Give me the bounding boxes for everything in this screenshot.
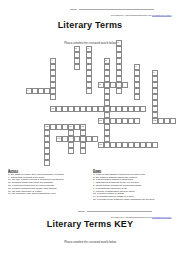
grid-cell[interactable]	[134, 94, 140, 100]
grid-cell[interactable]: 8	[98, 82, 104, 88]
grid-cell[interactable]	[134, 118, 140, 124]
grid-cell[interactable]	[50, 94, 56, 100]
clue-number: 1	[117, 41, 118, 44]
page-title: Literary Terms	[0, 20, 180, 30]
clues-section: Across 8. the author's unique style and …	[8, 169, 174, 209]
key-provided-by-site: TheTeachersCorner.net	[126, 215, 152, 218]
key-crossword-maker-link[interactable]: Crossword Maker	[152, 215, 172, 218]
worksheet-page: Name: Provided by: TheTeachersCorner.net…	[0, 0, 180, 256]
clue-number: 2	[75, 47, 76, 50]
grid-cell[interactable]	[62, 136, 68, 142]
across-clues-column: Across 8. the author's unique style and …	[8, 169, 88, 200]
down-clues-column: Down 1. a scene that shows events from a…	[93, 169, 173, 200]
grid-cell[interactable]	[74, 136, 80, 142]
grid-cell[interactable]	[44, 88, 50, 94]
grid-cell[interactable]	[110, 82, 116, 88]
grid-cell[interactable]: 11	[98, 118, 104, 124]
key-provided-by-prefix: Provided by:	[111, 215, 126, 218]
key-name-input-line[interactable]	[87, 210, 152, 213]
provided-by-prefix: Provided by:	[111, 13, 126, 16]
clue-number: 16	[57, 137, 60, 140]
grid-cell[interactable]	[152, 142, 158, 148]
clue-number: 4	[51, 59, 52, 62]
crossword-maker-link[interactable]: Crossword Maker	[152, 13, 172, 16]
grid-cell[interactable]	[140, 106, 146, 112]
key-subtitle-wrap: Please complete the crossword puzzle bel…	[0, 231, 180, 249]
clue-number: 8	[99, 83, 100, 86]
clue-number: 11	[99, 119, 101, 122]
clue-number: 3	[87, 47, 88, 50]
key-title: Literary Terms KEY	[0, 219, 180, 229]
clue-number: 17	[99, 143, 102, 146]
provided-by-site: TheTeachersCorner.net	[126, 13, 152, 16]
clue-number: 12	[153, 119, 156, 122]
clue-number: 9	[27, 89, 28, 92]
grid-cell[interactable]	[98, 106, 104, 112]
grid-cell[interactable]	[80, 148, 86, 154]
name-input-line[interactable]	[79, 8, 154, 11]
crossword-grid: 1234567128910111314151617	[8, 40, 178, 168]
clue-number: 7	[153, 71, 154, 74]
clue-number: 15	[81, 125, 84, 128]
clue-number: 5	[105, 59, 106, 62]
grid-cell[interactable]	[116, 88, 122, 94]
clue-item: 17. the character who works against the …	[8, 192, 88, 195]
clue-number: 6	[135, 65, 136, 68]
grid-cell[interactable]: 17	[98, 142, 104, 148]
grid-cell[interactable]	[170, 118, 176, 124]
across-clue-list: 8. the author's unique style and persona…	[8, 173, 88, 195]
grid-cell[interactable]	[86, 88, 92, 94]
name-label: Name:	[70, 7, 77, 10]
grid-cell[interactable]	[44, 160, 50, 166]
grid-cell[interactable]	[68, 148, 74, 154]
grid-cell[interactable]	[74, 64, 80, 70]
provided-by-line: Provided by: TheTeachersCorner.net Cross…	[50, 13, 172, 19]
clue-number: 13	[45, 125, 48, 128]
down-clue-list: 1. a scene that shows events from an ear…	[93, 173, 173, 201]
key-name-label: Name:	[78, 209, 85, 212]
clue-item: 15. a remark to the audience other chara…	[93, 198, 173, 201]
clue-number: 10	[51, 107, 54, 110]
key-subtitle: Please complete the crossword puzzle bel…	[64, 240, 116, 243]
clue-number: 14	[69, 125, 72, 128]
grid-cell[interactable]	[122, 82, 128, 88]
